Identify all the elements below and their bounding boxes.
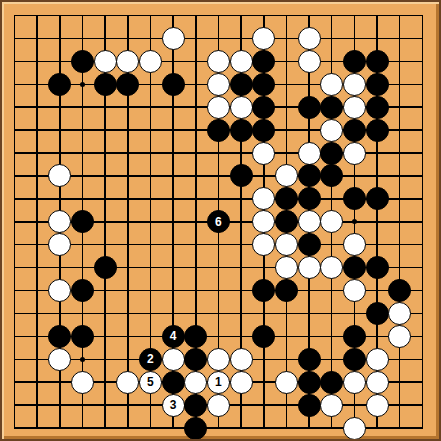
stone-white <box>207 73 230 96</box>
stone-white-move-1: 1 <box>207 371 230 394</box>
grid-vline <box>399 15 401 429</box>
stone-white <box>298 256 321 279</box>
stone-black <box>252 279 275 302</box>
stone-black <box>320 164 343 187</box>
stone-black-move-6: 6 <box>207 210 230 233</box>
grid-vline <box>422 15 424 429</box>
stone-black <box>162 371 185 394</box>
stone-black <box>343 187 366 210</box>
stone-white <box>320 256 343 279</box>
stone-white <box>71 371 94 394</box>
stone-white <box>116 50 139 73</box>
stone-white <box>252 233 275 256</box>
stone-white <box>48 279 71 302</box>
stone-black <box>252 119 275 142</box>
stone-white <box>275 371 298 394</box>
stone-black <box>298 187 321 210</box>
stone-white <box>275 233 298 256</box>
stone-black <box>230 73 253 96</box>
stone-white <box>230 96 253 119</box>
stone-black <box>366 50 389 73</box>
stone-black <box>366 187 389 210</box>
stone-white <box>139 50 162 73</box>
stone-white <box>230 371 253 394</box>
stone-black-move-4: 4 <box>162 325 185 348</box>
stone-black <box>71 50 94 73</box>
stone-black <box>207 119 230 142</box>
stone-white <box>252 210 275 233</box>
stone-black <box>48 325 71 348</box>
stone-white <box>366 394 389 417</box>
stone-white <box>48 210 71 233</box>
stone-white <box>48 164 71 187</box>
stone-white <box>320 73 343 96</box>
stone-white <box>252 187 275 210</box>
stone-black <box>298 371 321 394</box>
stone-black <box>71 210 94 233</box>
stone-black <box>94 256 117 279</box>
star-point <box>352 219 357 224</box>
stone-white <box>343 371 366 394</box>
stone-white <box>320 210 343 233</box>
stone-white <box>298 50 321 73</box>
stone-black <box>388 279 411 302</box>
stone-black <box>298 233 321 256</box>
stone-black <box>162 73 185 96</box>
stone-black <box>116 73 139 96</box>
stone-black <box>184 348 207 371</box>
stone-black <box>275 210 298 233</box>
stone-black <box>366 96 389 119</box>
stone-white <box>343 417 366 440</box>
stone-white <box>343 73 366 96</box>
star-point <box>80 82 85 87</box>
stone-black <box>184 417 207 440</box>
stone-white-move-5: 5 <box>139 371 162 394</box>
stone-white <box>343 233 366 256</box>
stone-black <box>320 371 343 394</box>
stone-black <box>366 256 389 279</box>
stone-white <box>298 27 321 50</box>
stone-black <box>343 256 366 279</box>
stone-white <box>48 233 71 256</box>
stone-white <box>162 348 185 371</box>
stone-white <box>48 348 71 371</box>
stone-black <box>230 119 253 142</box>
stone-black <box>48 73 71 96</box>
stone-white <box>162 27 185 50</box>
stone-black <box>298 164 321 187</box>
stone-black <box>71 279 94 302</box>
go-board: 642513 <box>0 0 441 441</box>
stone-white <box>388 325 411 348</box>
stone-white <box>320 119 343 142</box>
stone-white <box>343 96 366 119</box>
stone-black <box>298 96 321 119</box>
stone-black <box>252 73 275 96</box>
stone-white <box>275 164 298 187</box>
stone-black <box>343 119 366 142</box>
stone-white <box>298 142 321 165</box>
stone-white <box>366 371 389 394</box>
stone-black <box>252 325 275 348</box>
stone-black <box>275 279 298 302</box>
stone-black <box>252 96 275 119</box>
stone-white <box>343 142 366 165</box>
stone-white <box>230 348 253 371</box>
stone-white <box>343 279 366 302</box>
stone-white <box>388 302 411 325</box>
stone-black <box>320 142 343 165</box>
stone-white <box>207 96 230 119</box>
stone-black <box>366 73 389 96</box>
stone-white <box>184 371 207 394</box>
stone-black <box>366 119 389 142</box>
stone-black <box>184 325 207 348</box>
star-point <box>80 357 85 362</box>
stone-black <box>71 325 94 348</box>
stone-black <box>94 73 117 96</box>
stone-black <box>343 50 366 73</box>
stone-white <box>116 371 139 394</box>
stone-white <box>252 142 275 165</box>
stone-white <box>252 27 275 50</box>
stone-white <box>366 348 389 371</box>
stone-black <box>343 348 366 371</box>
stone-white <box>207 50 230 73</box>
stone-black <box>184 394 207 417</box>
stone-black <box>252 50 275 73</box>
stone-white <box>207 394 230 417</box>
stone-white-move-3: 3 <box>162 394 185 417</box>
stone-black <box>298 348 321 371</box>
stone-black <box>343 325 366 348</box>
stone-black <box>320 96 343 119</box>
stone-black <box>366 302 389 325</box>
stone-white <box>320 394 343 417</box>
stone-white <box>275 256 298 279</box>
stone-white <box>298 210 321 233</box>
stone-black-move-2: 2 <box>139 348 162 371</box>
stone-black <box>298 394 321 417</box>
stone-white <box>94 50 117 73</box>
stone-white <box>230 50 253 73</box>
stone-black <box>230 164 253 187</box>
grid-hline <box>14 313 423 315</box>
stone-white <box>207 348 230 371</box>
stone-black <box>275 187 298 210</box>
